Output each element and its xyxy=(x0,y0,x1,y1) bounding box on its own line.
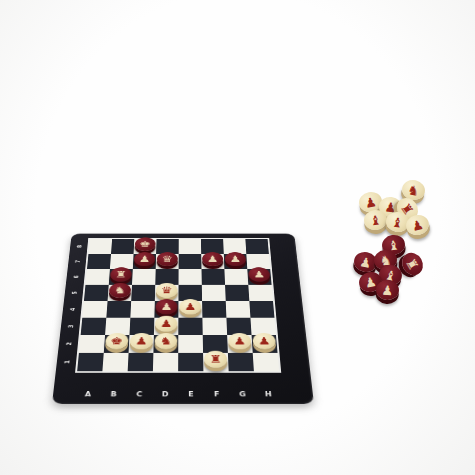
square-g1[interactable] xyxy=(228,353,254,371)
square-c7[interactable]: ♟ xyxy=(133,254,156,269)
square-a8[interactable] xyxy=(88,239,112,254)
piece-cream-pawn-d3[interactable]: ♟ xyxy=(155,316,178,332)
square-g5[interactable] xyxy=(225,285,249,301)
board-frame: 87654321 ♚♟♛♟♟♜♟♞♛♟♟♟♚♟♞♟♟♜ ABCDEFGH xyxy=(52,234,314,404)
square-d1[interactable] xyxy=(153,353,178,371)
square-e7[interactable] xyxy=(179,254,202,269)
piece-cream-pawn-h2[interactable]: ♟ xyxy=(252,333,276,349)
piece-red-pawn-c7[interactable]: ♟ xyxy=(134,252,155,266)
captured-red-pawn[interactable]: ♟ xyxy=(375,279,399,301)
board-grid: ♚♟♛♟♟♜♟♞♛♟♟♟♚♟♞♟♟♜ xyxy=(77,239,279,371)
photo-scene: 87654321 ♚♟♛♟♟♜♟♞♛♟♟♟♚♟♞♟♟♜ ABCDEFGH ♟♟♞… xyxy=(0,0,475,475)
rank-label-5: 5 xyxy=(63,288,87,297)
file-label-h: H xyxy=(255,390,282,401)
rank-label-6: 6 xyxy=(64,273,88,281)
square-f3[interactable] xyxy=(202,318,227,335)
square-f7[interactable]: ♟ xyxy=(201,254,224,269)
square-b1[interactable] xyxy=(102,353,128,371)
square-c2[interactable]: ♟ xyxy=(129,335,154,353)
captured-red-rook[interactable]: ♜ xyxy=(398,249,427,279)
rank-label-1: 1 xyxy=(54,357,80,367)
square-h4[interactable] xyxy=(249,301,274,318)
square-b8[interactable] xyxy=(111,239,134,254)
square-e8[interactable] xyxy=(179,239,202,254)
piece-red-knight-b5[interactable]: ♞ xyxy=(109,283,132,298)
square-c1[interactable] xyxy=(128,353,154,371)
square-b5[interactable]: ♞ xyxy=(108,285,132,301)
piece-red-pawn-g7[interactable]: ♟ xyxy=(225,252,247,266)
piece-red-pawn-h6[interactable]: ♟ xyxy=(248,267,270,281)
square-g6[interactable] xyxy=(224,269,248,285)
file-label-b: B xyxy=(100,390,126,401)
file-label-c: C xyxy=(126,390,152,401)
captured-cream-bishop[interactable]: ♝ xyxy=(363,209,388,231)
square-d7[interactable]: ♛ xyxy=(156,254,179,269)
file-label-e: E xyxy=(178,390,204,401)
square-h1[interactable] xyxy=(253,353,279,371)
square-a5[interactable] xyxy=(84,285,109,301)
file-labels: ABCDEFGH xyxy=(74,390,281,401)
file-label-f: F xyxy=(204,390,230,401)
piece-cream-pawn-e4[interactable]: ♟ xyxy=(179,299,201,314)
square-e3[interactable] xyxy=(178,318,202,335)
file-label-a: A xyxy=(74,390,101,401)
square-h8[interactable] xyxy=(245,239,269,254)
square-a1[interactable] xyxy=(77,353,104,371)
square-a4[interactable] xyxy=(82,301,107,318)
square-c6[interactable] xyxy=(132,269,156,285)
rank-label-4: 4 xyxy=(61,305,86,314)
square-e2[interactable] xyxy=(178,335,203,353)
square-g4[interactable] xyxy=(226,301,251,318)
square-g7[interactable]: ♟ xyxy=(224,254,248,269)
square-a6[interactable] xyxy=(85,269,109,285)
square-g2[interactable]: ♟ xyxy=(227,335,253,353)
square-h2[interactable]: ♟ xyxy=(252,335,278,353)
square-f6[interactable] xyxy=(201,269,225,285)
square-f5[interactable] xyxy=(202,285,226,301)
square-e1[interactable] xyxy=(178,353,203,371)
rank-label-3: 3 xyxy=(59,322,84,331)
square-a2[interactable] xyxy=(79,335,105,353)
piece-cream-pawn-g2[interactable]: ♟ xyxy=(228,333,252,349)
rank-label-8: 8 xyxy=(68,242,91,250)
chess-board: 87654321 ♚♟♛♟♟♜♟♞♛♟♟♟♚♟♞♟♟♜ ABCDEFGH xyxy=(52,234,314,404)
piece-red-pawn-d4[interactable]: ♟ xyxy=(155,299,177,314)
square-a7[interactable] xyxy=(87,254,111,269)
piece-red-pawn-f7[interactable]: ♟ xyxy=(202,252,223,266)
piece-cream-knight-d2[interactable]: ♞ xyxy=(154,333,177,349)
rank-label-2: 2 xyxy=(57,339,83,349)
square-f1[interactable]: ♜ xyxy=(203,353,229,371)
square-a3[interactable] xyxy=(81,318,107,335)
piece-cream-rook-f1[interactable]: ♜ xyxy=(204,351,228,368)
piece-cream-king-b2[interactable]: ♚ xyxy=(105,333,129,349)
square-c4[interactable] xyxy=(130,301,154,318)
square-e4[interactable]: ♟ xyxy=(178,301,202,318)
square-d2[interactable]: ♞ xyxy=(153,335,178,353)
square-f4[interactable] xyxy=(202,301,226,318)
square-h6[interactable]: ♟ xyxy=(247,269,271,285)
piece-red-king-c8[interactable]: ♚ xyxy=(135,237,156,251)
rank-label-7: 7 xyxy=(66,257,90,265)
square-e6[interactable] xyxy=(179,269,202,285)
square-c5[interactable] xyxy=(131,285,155,301)
piece-red-rook-b6[interactable]: ♜ xyxy=(110,267,132,281)
piece-cream-pawn-c2[interactable]: ♟ xyxy=(130,333,153,349)
square-b4[interactable] xyxy=(106,301,131,318)
file-label-g: G xyxy=(229,390,255,401)
piece-red-queen-d7[interactable]: ♛ xyxy=(157,252,178,266)
square-h5[interactable] xyxy=(248,285,273,301)
piece-cream-queen-d5[interactable]: ♛ xyxy=(156,283,178,298)
file-label-d: D xyxy=(152,390,178,401)
square-b2[interactable]: ♚ xyxy=(104,335,130,353)
